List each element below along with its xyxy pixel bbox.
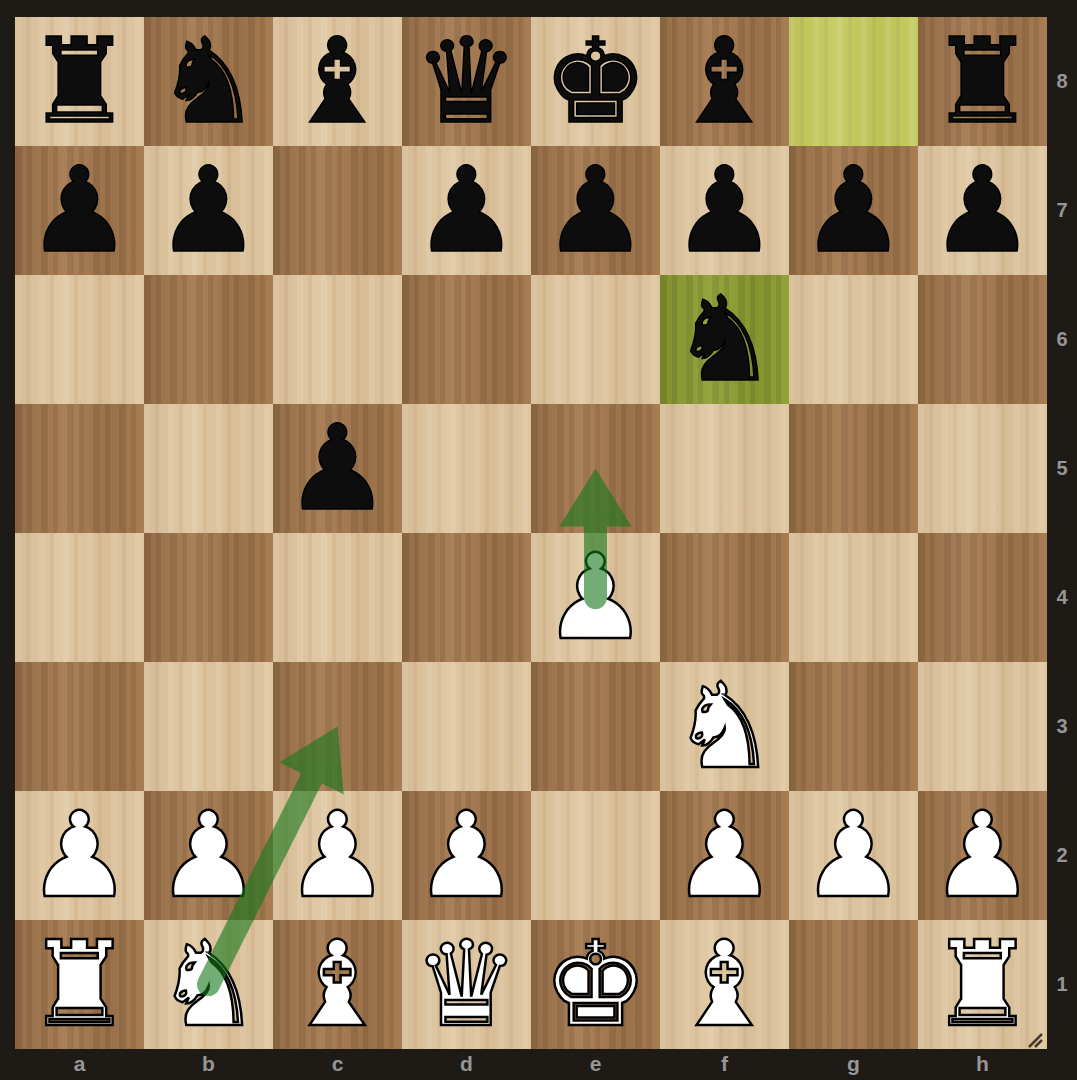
square-g8[interactable] — [789, 17, 918, 146]
file-label-e: e — [531, 1049, 660, 1080]
black-pawn-d7[interactable]: ♟ — [414, 146, 520, 275]
square-a4[interactable] — [15, 533, 144, 662]
white-pawn-g2[interactable]: ♟ — [801, 791, 907, 920]
square-d6[interactable] — [402, 275, 531, 404]
square-a7[interactable]: ♟ — [15, 146, 144, 275]
black-pawn-e7[interactable]: ♟ — [543, 146, 649, 275]
file-label-d: d — [402, 1049, 531, 1080]
black-pawn-g7[interactable]: ♟ — [801, 146, 907, 275]
black-rook-a8[interactable]: ♜ — [27, 17, 133, 146]
rank-label-5: 5 — [1047, 404, 1077, 533]
square-g4[interactable] — [789, 533, 918, 662]
square-c7[interactable] — [273, 146, 402, 275]
black-pawn-f7[interactable]: ♟ — [672, 146, 778, 275]
white-bishop-f1[interactable]: ♝ — [672, 920, 778, 1049]
square-e1[interactable]: ♚ — [531, 920, 660, 1049]
square-e5[interactable] — [531, 404, 660, 533]
rank-label-7: 7 — [1047, 146, 1077, 275]
square-b2[interactable]: ♟ — [144, 791, 273, 920]
file-label-f: f — [660, 1049, 789, 1080]
square-d4[interactable] — [402, 533, 531, 662]
file-coordinates: abcdefgh — [15, 1049, 1047, 1080]
white-pawn-h2[interactable]: ♟ — [930, 791, 1036, 920]
square-b6[interactable] — [144, 275, 273, 404]
square-b8[interactable]: ♞ — [144, 17, 273, 146]
white-pawn-f2[interactable]: ♟ — [672, 791, 778, 920]
square-g6[interactable] — [789, 275, 918, 404]
black-king-e8[interactable]: ♚ — [543, 17, 649, 146]
file-label-h: h — [918, 1049, 1047, 1080]
square-c2[interactable]: ♟ — [273, 791, 402, 920]
square-c4[interactable] — [273, 533, 402, 662]
square-f1[interactable]: ♝ — [660, 920, 789, 1049]
square-d7[interactable]: ♟ — [402, 146, 531, 275]
square-c6[interactable] — [273, 275, 402, 404]
white-queen-d1[interactable]: ♛ — [414, 920, 520, 1049]
square-h2[interactable]: ♟ — [918, 791, 1047, 920]
black-queen-d8[interactable]: ♛ — [414, 17, 520, 146]
black-bishop-c8[interactable]: ♝ — [285, 17, 391, 146]
black-knight-b8[interactable]: ♞ — [156, 17, 262, 146]
square-g7[interactable]: ♟ — [789, 146, 918, 275]
square-a8[interactable]: ♜ — [15, 17, 144, 146]
rank-label-6: 6 — [1047, 275, 1077, 404]
square-e2[interactable] — [531, 791, 660, 920]
black-pawn-a7[interactable]: ♟ — [27, 146, 133, 275]
square-f5[interactable] — [660, 404, 789, 533]
square-e4[interactable]: ♟ — [531, 533, 660, 662]
white-pawn-d2[interactable]: ♟ — [414, 791, 520, 920]
square-a6[interactable] — [15, 275, 144, 404]
square-a1[interactable]: ♜ — [15, 920, 144, 1049]
black-pawn-c5[interactable]: ♟ — [285, 404, 391, 533]
square-d5[interactable] — [402, 404, 531, 533]
black-pawn-b7[interactable]: ♟ — [156, 146, 262, 275]
square-g3[interactable] — [789, 662, 918, 791]
square-e3[interactable] — [531, 662, 660, 791]
square-a3[interactable] — [15, 662, 144, 791]
square-h4[interactable] — [918, 533, 1047, 662]
white-pawn-c2[interactable]: ♟ — [285, 791, 391, 920]
square-f7[interactable]: ♟ — [660, 146, 789, 275]
square-b7[interactable]: ♟ — [144, 146, 273, 275]
square-f6[interactable]: ♞ — [660, 275, 789, 404]
chess-board-frame: ♜♞♝♛♚♝♜♟♟♟♟♟♟♟♞♟♟♞♟♟♟♟♟♟♟♜♞♝♛♚♝♜ abcdefg… — [0, 0, 1077, 1080]
rank-label-3: 3 — [1047, 662, 1077, 791]
square-g2[interactable]: ♟ — [789, 791, 918, 920]
square-e6[interactable] — [531, 275, 660, 404]
square-c8[interactable]: ♝ — [273, 17, 402, 146]
square-d2[interactable]: ♟ — [402, 791, 531, 920]
square-e8[interactable]: ♚ — [531, 17, 660, 146]
chess-board[interactable]: ♜♞♝♛♚♝♜♟♟♟♟♟♟♟♞♟♟♞♟♟♟♟♟♟♟♜♞♝♛♚♝♜ — [15, 17, 1047, 1049]
square-h5[interactable] — [918, 404, 1047, 533]
square-h6[interactable] — [918, 275, 1047, 404]
white-bishop-c1[interactable]: ♝ — [285, 920, 391, 1049]
file-label-c: c — [273, 1049, 402, 1080]
rank-label-8: 8 — [1047, 17, 1077, 146]
rank-label-4: 4 — [1047, 533, 1077, 662]
rank-label-2: 2 — [1047, 791, 1077, 920]
white-pawn-a2[interactable]: ♟ — [27, 791, 133, 920]
file-label-g: g — [789, 1049, 918, 1080]
black-rook-h8[interactable]: ♜ — [930, 17, 1036, 146]
square-b4[interactable] — [144, 533, 273, 662]
square-g1[interactable] — [789, 920, 918, 1049]
file-label-a: a — [15, 1049, 144, 1080]
white-knight-f3[interactable]: ♞ — [672, 662, 778, 791]
rank-coordinates: 87654321 — [1047, 17, 1077, 1049]
square-a5[interactable] — [15, 404, 144, 533]
white-king-e1[interactable]: ♚ — [543, 920, 649, 1049]
square-d3[interactable] — [402, 662, 531, 791]
square-f3[interactable]: ♞ — [660, 662, 789, 791]
white-pawn-b2[interactable]: ♟ — [156, 791, 262, 920]
white-knight-b1[interactable]: ♞ — [156, 920, 262, 1049]
square-d8[interactable]: ♛ — [402, 17, 531, 146]
white-rook-h1[interactable]: ♜ — [930, 920, 1036, 1049]
square-f4[interactable] — [660, 533, 789, 662]
square-b3[interactable] — [144, 662, 273, 791]
square-f8[interactable]: ♝ — [660, 17, 789, 146]
square-c1[interactable]: ♝ — [273, 920, 402, 1049]
square-e7[interactable]: ♟ — [531, 146, 660, 275]
resize-handle[interactable] — [1023, 1028, 1045, 1050]
square-a2[interactable]: ♟ — [15, 791, 144, 920]
square-h7[interactable]: ♟ — [918, 146, 1047, 275]
black-pawn-h7[interactable]: ♟ — [930, 146, 1036, 275]
square-c3[interactable] — [273, 662, 402, 791]
square-h3[interactable] — [918, 662, 1047, 791]
file-label-b: b — [144, 1049, 273, 1080]
white-rook-a1[interactable]: ♜ — [27, 920, 133, 1049]
black-bishop-f8[interactable]: ♝ — [672, 17, 778, 146]
square-b1[interactable]: ♞ — [144, 920, 273, 1049]
square-h8[interactable]: ♜ — [918, 17, 1047, 146]
white-pawn-e4[interactable]: ♟ — [543, 533, 649, 662]
black-knight-f6[interactable]: ♞ — [672, 275, 778, 404]
square-b5[interactable] — [144, 404, 273, 533]
square-g5[interactable] — [789, 404, 918, 533]
square-d1[interactable]: ♛ — [402, 920, 531, 1049]
square-f2[interactable]: ♟ — [660, 791, 789, 920]
square-c5[interactable]: ♟ — [273, 404, 402, 533]
rank-label-1: 1 — [1047, 920, 1077, 1049]
